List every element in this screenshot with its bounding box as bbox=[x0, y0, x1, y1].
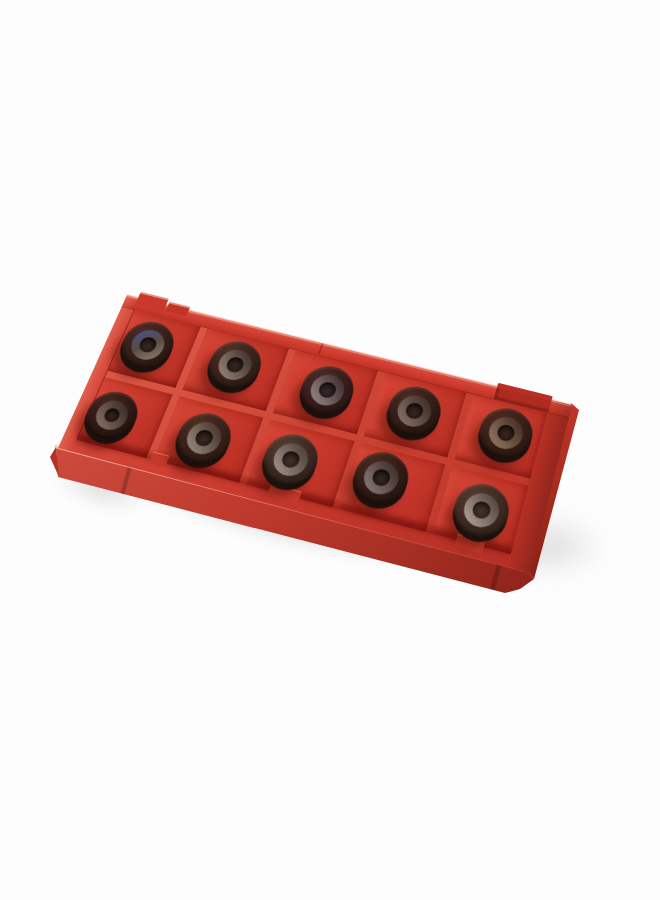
front-rim-tab bbox=[149, 452, 170, 468]
product-photo-scene bbox=[0, 0, 660, 900]
